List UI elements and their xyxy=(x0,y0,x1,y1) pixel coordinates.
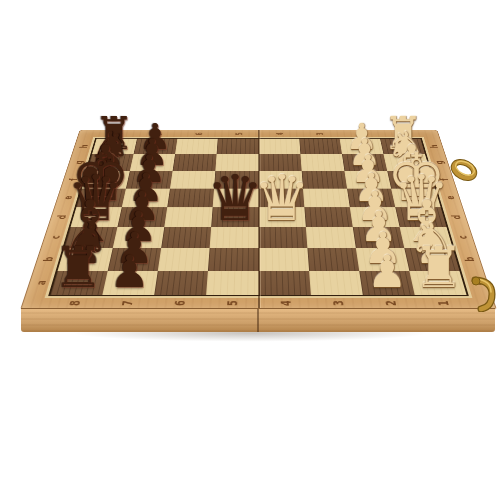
piece-black-rook-a8: ♜ xyxy=(47,240,109,296)
piece-white-pawn-a2: ♟ xyxy=(363,250,412,295)
pieces-layer: ♜♞♝♛♚♝♞♜♟♟♟♟♟♟♟♟♛♛♟♟♟♟♟♟♟♟♜♞♝♛♚♝♞♜ xyxy=(0,0,500,500)
piece-black-pawn-a7: ♟ xyxy=(105,250,154,295)
chess-set-product-photo: 87654321 87654321 hgfedcba hgfedcba ♜♞♝♛… xyxy=(0,0,500,500)
piece-white-queen-d4: ♛ xyxy=(247,167,316,230)
piece-white-rook-a1: ♜ xyxy=(408,240,470,296)
brass-hook-latch-icon xyxy=(470,276,500,312)
